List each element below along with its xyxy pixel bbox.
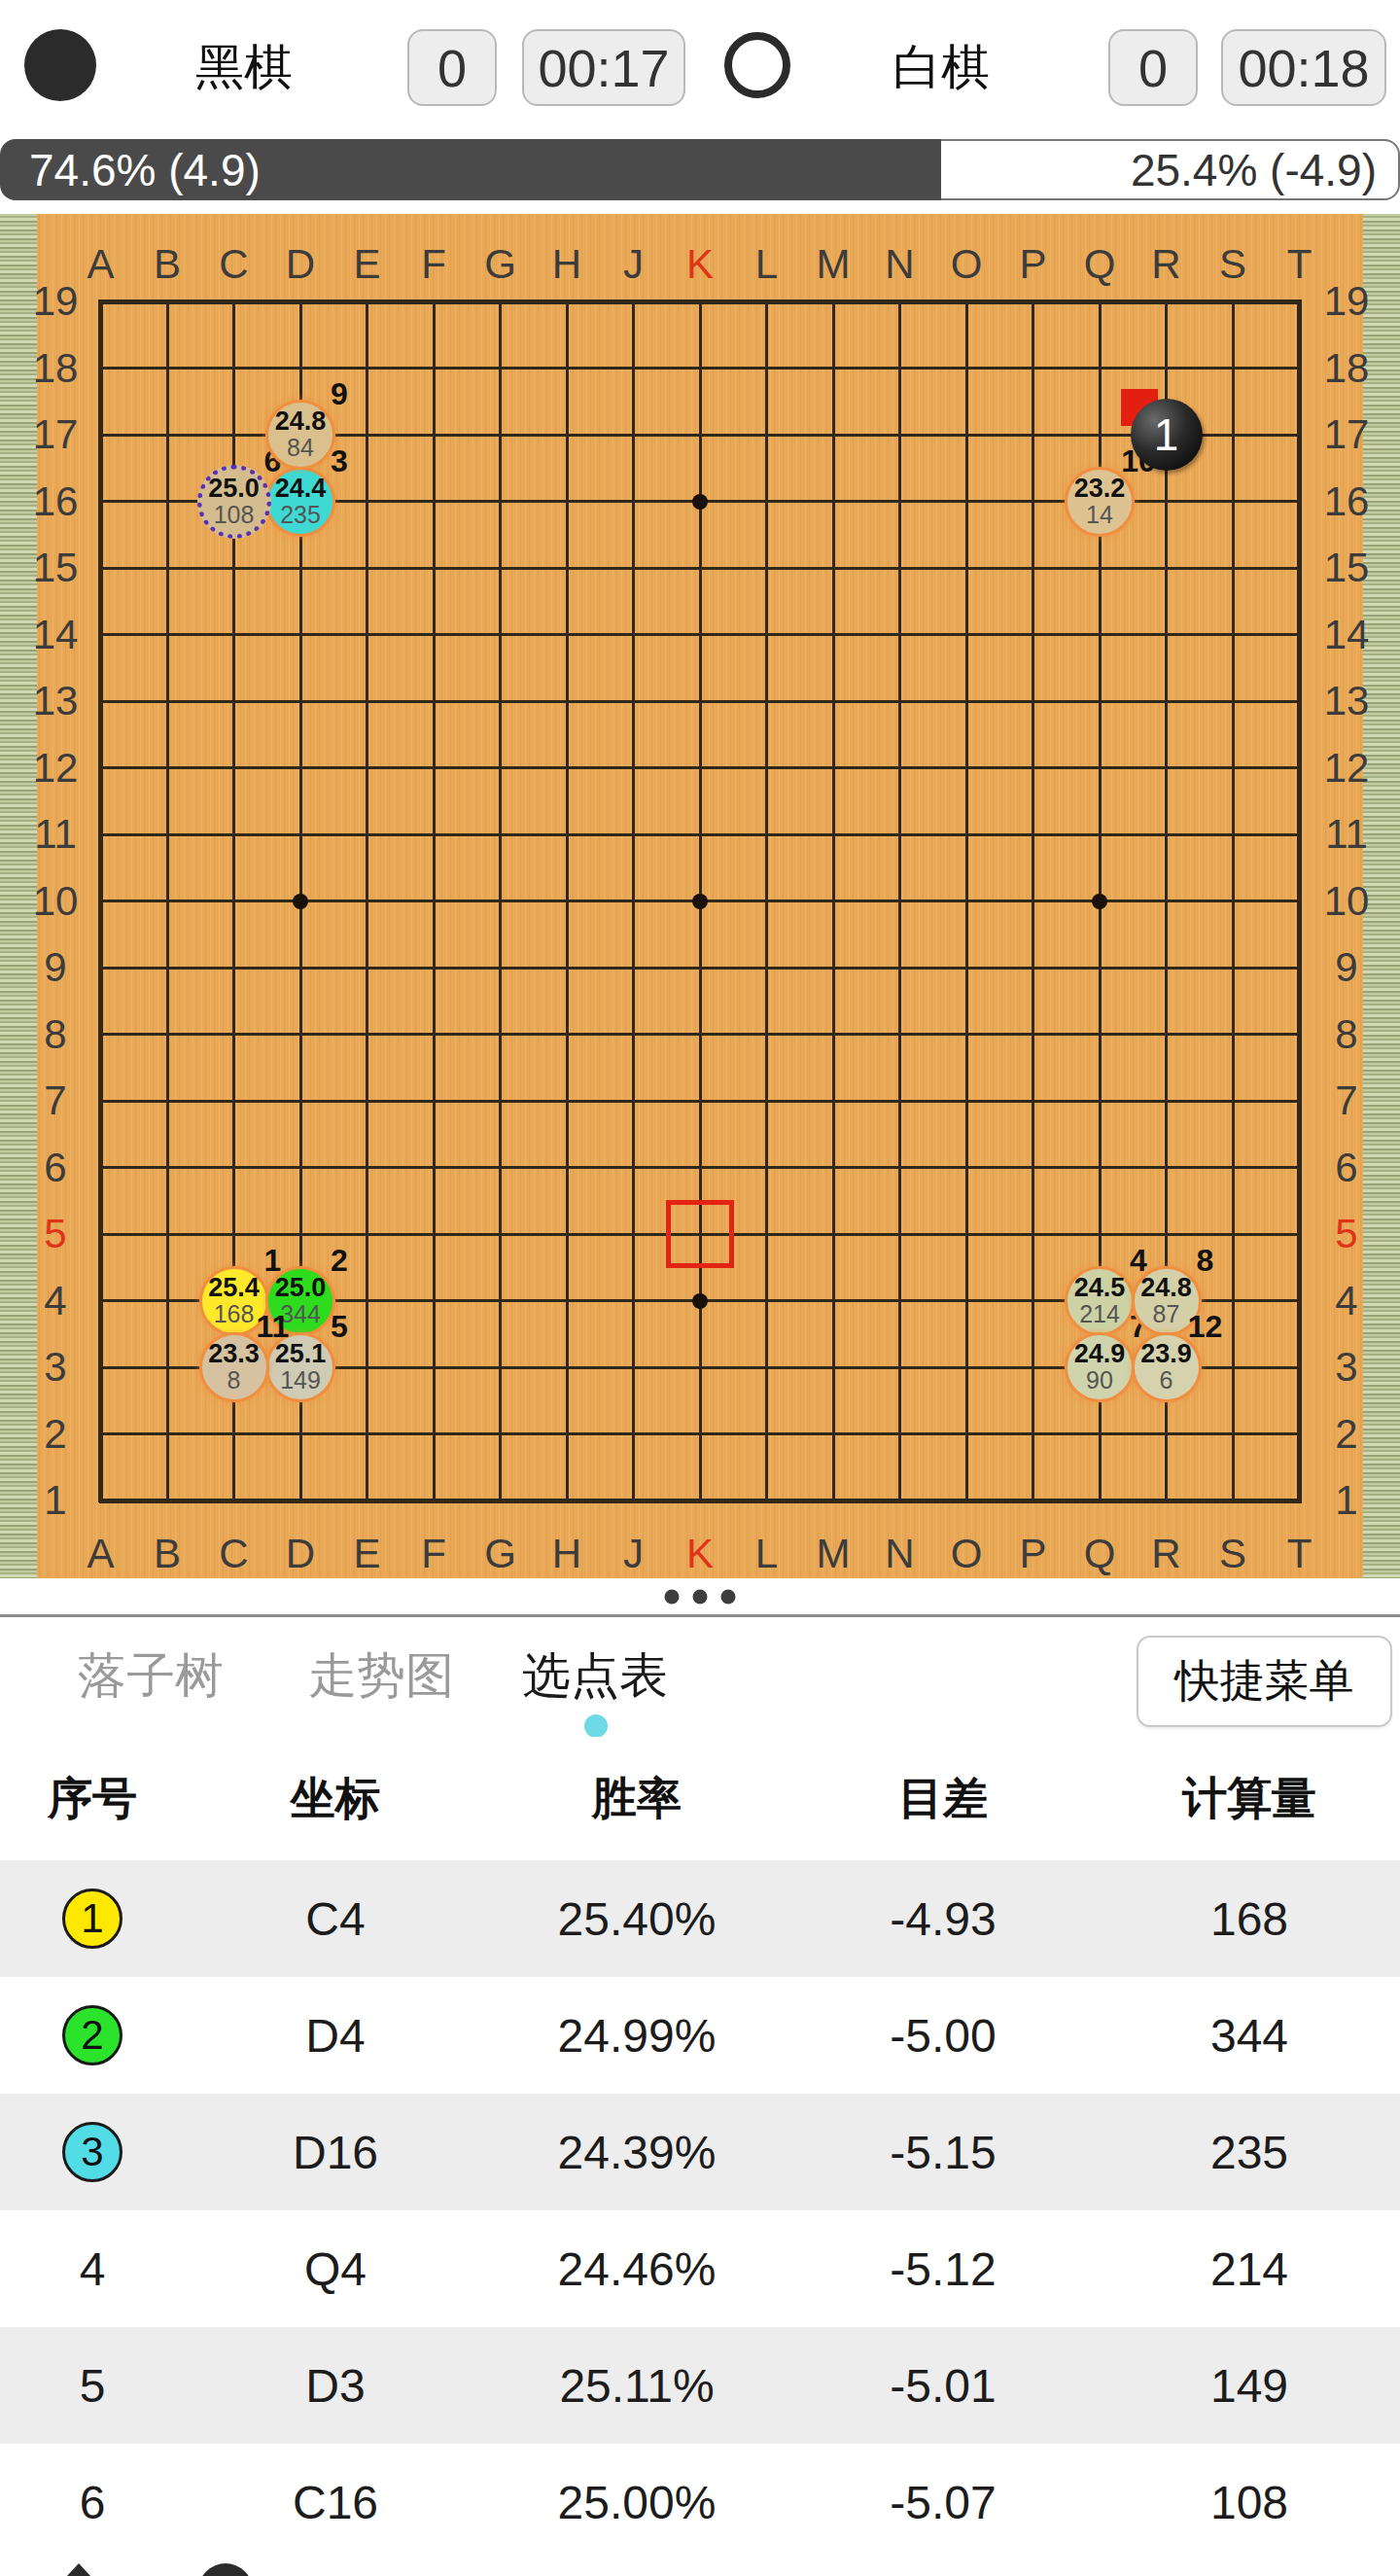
table-header-5: 计算量 [1182, 1769, 1316, 1829]
cell-win: 24.99% [558, 2009, 717, 2063]
mark-visits: 108 [214, 503, 255, 528]
column-label-bottom: T [1287, 1531, 1312, 1577]
cell-visits: 168 [1210, 1892, 1288, 1946]
mark-visits: 6 [1160, 1368, 1173, 1394]
partial-next-row-stone-glyph [198, 2563, 253, 2576]
star-point [692, 1293, 708, 1309]
grid-line-horizontal [99, 1033, 1302, 1036]
row-label-right: 4 [1335, 1278, 1357, 1324]
row-label-right: 8 [1335, 1011, 1357, 1058]
row-label-right: 6 [1335, 1145, 1357, 1191]
row-label-left: 17 [33, 411, 79, 458]
table-row-3[interactable]: 3D1624.39%-5.15235 [0, 2094, 1400, 2210]
column-label-top: M [817, 241, 851, 288]
row-label-right: 2 [1335, 1411, 1357, 1458]
column-label-bottom: B [154, 1531, 181, 1577]
mark-visits: 149 [280, 1368, 321, 1394]
column-label-bottom: C [219, 1531, 248, 1577]
black-stone-icon [24, 29, 96, 101]
column-label-bottom: N [885, 1531, 914, 1577]
mark-visits: 90 [1086, 1368, 1113, 1394]
column-label-bottom: H [552, 1531, 581, 1577]
column-label-top: L [755, 241, 778, 288]
row-label-right: 3 [1335, 1344, 1357, 1391]
row-label-left: 16 [33, 478, 79, 525]
cell-visits: 344 [1210, 2009, 1288, 2063]
white-player-name: 白棋 [892, 35, 990, 100]
table-row-2[interactable]: 2D424.99%-5.00344 [0, 1977, 1400, 2094]
row-label-left: 10 [33, 878, 79, 925]
row-label-right: 16 [1324, 478, 1370, 525]
mark-winrate: 23.2 [1074, 476, 1126, 503]
cell-coord: C16 [293, 2476, 378, 2529]
player-bar: 黑棋 0 00:17 白棋 0 00:18 [0, 0, 1400, 139]
mark-rank-number: 11 [257, 1309, 290, 1345]
mark-winrate: 23.3 [208, 1341, 260, 1368]
column-label-top: Q [1084, 241, 1116, 288]
column-label-top: D [286, 241, 315, 288]
row-label-left: 14 [33, 612, 79, 658]
mark-winrate: 25.0 [275, 1275, 327, 1302]
cell-coord: D3 [305, 2359, 365, 2413]
row-label-right: 18 [1324, 345, 1370, 392]
winrate-white-segment: 25.4% (-4.9) [941, 139, 1400, 200]
candidate-move-mark-C16[interactable]: 25.0108 [197, 465, 271, 539]
mark-winrate: 24.9 [1074, 1341, 1126, 1368]
cell-win: 24.46% [558, 2242, 717, 2296]
grid-line-horizontal [99, 1432, 1302, 1435]
column-label-bottom: A [87, 1531, 114, 1577]
column-label-top: C [219, 241, 248, 288]
column-label-top: O [951, 241, 983, 288]
column-label-bottom: S [1219, 1531, 1246, 1577]
mark-rank-number: 12 [1188, 1309, 1223, 1345]
table-header-row: 序号坐标胜率目差计算量 [0, 1737, 1400, 1860]
column-label-top: J [623, 241, 644, 288]
row-label-right: 5 [1335, 1211, 1357, 1257]
mark-visits: 235 [280, 503, 321, 528]
column-label-top: A [87, 241, 114, 288]
mark-rank-number: 8 [1197, 1242, 1214, 1278]
rank-number: 6 [80, 2476, 106, 2529]
pager-dot [721, 1589, 736, 1604]
row-label-left: 4 [44, 1278, 66, 1324]
star-point [293, 894, 308, 909]
column-label-bottom: Q [1084, 1531, 1116, 1577]
cell-visits: 149 [1210, 2359, 1288, 2413]
row-label-right: 7 [1335, 1077, 1357, 1124]
row-label-left: 9 [44, 944, 66, 991]
row-label-right: 19 [1324, 278, 1370, 325]
column-label-bottom: L [755, 1531, 778, 1577]
mark-winrate: 23.9 [1140, 1341, 1192, 1368]
row-label-left: 11 [34, 811, 77, 858]
table-row-6[interactable]: 6C1625.00%-5.07108 [0, 2444, 1400, 2560]
column-label-top: S [1219, 241, 1246, 288]
mark-visits: 8 [227, 1368, 241, 1394]
grid-line-vertical [1297, 300, 1302, 1502]
tab-1[interactable]: 落子树 [78, 1643, 224, 1709]
column-label-top: H [552, 241, 581, 288]
row-label-left: 3 [44, 1344, 66, 1391]
star-point [1092, 894, 1107, 909]
column-label-top: K [686, 241, 714, 288]
row-label-right: 14 [1324, 612, 1370, 658]
board-left-edge-texture [0, 214, 37, 1578]
cell-visits: 214 [1210, 2242, 1288, 2296]
go-analysis-app: { "game": "go (weiqi) AI analysis app", … [0, 0, 1400, 2576]
column-label-bottom: G [484, 1531, 516, 1577]
column-label-top: P [1019, 241, 1046, 288]
row-label-left: 7 [44, 1077, 66, 1124]
cell-win: 25.40% [558, 1892, 717, 1946]
row-label-left: 13 [33, 678, 79, 724]
cell-win: 24.39% [558, 2126, 717, 2179]
quick-menu-button[interactable]: 快捷菜单 [1137, 1636, 1392, 1727]
pager-dot [665, 1589, 680, 1604]
table-row-1[interactable]: 1C425.40%-4.93168 [0, 1860, 1400, 1977]
mark-winrate: 25.4 [208, 1275, 260, 1302]
table-row-4[interactable]: 4Q424.46%-5.12214 [0, 2210, 1400, 2327]
winrate-black-segment: 74.6% (4.9) [0, 139, 941, 200]
go-board[interactable]: AABBCCDDEEFFGGHHJJKKLLMMNNOOPPQQRRSSTT11… [0, 214, 1400, 1578]
column-label-bottom: J [623, 1531, 644, 1577]
row-label-left: 12 [33, 745, 79, 792]
partial-next-row-rank-glyph [66, 2563, 91, 2576]
table-header-3: 胜率 [592, 1769, 682, 1829]
rank-badge: 2 [62, 2005, 122, 2065]
row-label-right: 12 [1324, 745, 1370, 792]
cell-coord: D4 [305, 2009, 365, 2063]
mark-visits: 87 [1153, 1302, 1180, 1327]
row-label-right: 17 [1324, 411, 1370, 458]
white-stone-icon [724, 32, 790, 98]
column-label-top: F [421, 241, 446, 288]
row-label-left: 8 [44, 1011, 66, 1058]
mark-rank-number: 9 [331, 376, 348, 412]
grid-line-horizontal [99, 1499, 1302, 1503]
table-header-4: 目差 [898, 1769, 988, 1829]
tab-bar: 落子树走势图选点表 快捷菜单 [0, 1617, 1400, 1737]
cell-diff: -5.15 [890, 2126, 996, 2179]
row-label-right: 1 [1335, 1477, 1357, 1524]
mark-visits: 168 [214, 1302, 255, 1327]
rank-badge: 1 [62, 1888, 122, 1949]
column-label-top: G [484, 241, 516, 288]
winrate-bar: 74.6% (4.9) 25.4% (-4.9) [0, 139, 1400, 200]
grid-line-vertical [965, 300, 968, 1502]
cell-coord: Q4 [304, 2242, 367, 2296]
rank-number: 4 [80, 2242, 106, 2296]
mark-rank-number: 2 [331, 1242, 348, 1278]
row-label-left: 18 [33, 345, 79, 392]
row-label-left: 6 [44, 1145, 66, 1191]
white-captures-box: 0 [1108, 29, 1198, 106]
column-label-bottom: E [353, 1531, 380, 1577]
mark-visits: 14 [1086, 503, 1113, 528]
cell-diff: -5.00 [890, 2009, 996, 2063]
grid-line-vertical [765, 300, 768, 1502]
cell-visits: 235 [1210, 2126, 1288, 2179]
column-label-bottom: F [421, 1531, 446, 1577]
cell-diff: -5.12 [890, 2242, 996, 2296]
row-label-left: 15 [33, 545, 79, 591]
candidate-move-mark-Q4[interactable]: 24.5214 [1065, 1266, 1135, 1336]
mark-winrate: 24.5 [1074, 1275, 1126, 1302]
column-label-bottom: M [817, 1531, 851, 1577]
column-label-bottom: D [286, 1531, 315, 1577]
black-captures-box: 0 [407, 29, 497, 106]
column-label-top: B [154, 241, 181, 288]
star-point [692, 494, 708, 510]
mark-winrate: 24.8 [275, 408, 327, 436]
row-label-left: 19 [33, 278, 79, 325]
rank-number: 5 [80, 2359, 106, 2413]
row-label-left: 2 [44, 1411, 66, 1458]
column-label-top: R [1151, 241, 1180, 288]
mark-winrate: 25.1 [275, 1341, 327, 1368]
tab-2[interactable]: 走势图 [308, 1643, 454, 1709]
row-label-right: 9 [1335, 944, 1357, 991]
cell-win: 25.00% [558, 2476, 717, 2529]
black-stone-R17: 1 [1131, 399, 1203, 471]
cell-visits: 108 [1210, 2476, 1288, 2529]
pager-dot [693, 1589, 708, 1604]
cell-win: 25.11% [559, 2359, 714, 2413]
row-label-right: 10 [1324, 878, 1370, 925]
pager-dots[interactable] [0, 1578, 1400, 1614]
row-label-right: 15 [1324, 545, 1370, 591]
candidate-move-mark-Q3[interactable]: 24.990 [1065, 1332, 1135, 1402]
grid-line-horizontal [99, 967, 1302, 970]
rank-badge: 3 [62, 2122, 122, 2182]
table-header-1: 序号 [48, 1769, 137, 1829]
white-clock: 00:18 [1221, 29, 1386, 106]
column-label-bottom: K [686, 1531, 714, 1577]
column-label-bottom: R [1151, 1531, 1180, 1577]
active-tab-indicator-dot [584, 1714, 608, 1738]
cell-diff: -5.07 [890, 2476, 996, 2529]
grid-line-vertical [898, 300, 901, 1502]
mark-rank-number: 5 [331, 1309, 348, 1345]
grid-line-horizontal [99, 1166, 1302, 1169]
cell-coord: C4 [305, 1892, 365, 1946]
table-header-2: 坐标 [291, 1769, 380, 1829]
mark-visits: 214 [1079, 1302, 1120, 1327]
candidate-move-mark-D17[interactable]: 24.884 [265, 400, 335, 470]
column-label-top: T [1287, 241, 1312, 288]
mark-visits: 84 [287, 436, 314, 461]
row-label-right: 13 [1324, 678, 1370, 724]
row-label-right: 11 [1325, 811, 1368, 858]
star-point [692, 894, 708, 909]
row-label-left: 5 [44, 1211, 66, 1257]
cell-diff: -4.93 [890, 1892, 996, 1946]
table-row-5[interactable]: 5D325.11%-5.01149 [0, 2327, 1400, 2444]
mark-winrate: 24.4 [275, 476, 327, 503]
black-clock: 00:17 [522, 29, 685, 106]
mark-winrate: 25.0 [208, 476, 260, 503]
grid-line-vertical [1232, 300, 1235, 1502]
cell-diff: -5.01 [890, 2359, 996, 2413]
tab-3[interactable]: 选点表 [522, 1643, 668, 1709]
cell-coord: D16 [293, 2126, 378, 2179]
column-label-top: N [885, 241, 914, 288]
grid-line-horizontal [99, 1100, 1302, 1103]
mark-winrate: 24.8 [1140, 1275, 1192, 1302]
candidate-move-table: 序号坐标胜率目差计算量 1C425.40%-4.931682D424.99%-5… [0, 1737, 1400, 2560]
mark-rank-number: 3 [331, 442, 348, 478]
hover-square-K5[interactable] [666, 1200, 734, 1268]
row-label-left: 1 [44, 1477, 66, 1524]
grid-line-vertical [1032, 300, 1034, 1502]
column-label-bottom: P [1019, 1531, 1046, 1577]
black-player-name: 黑棋 [195, 35, 293, 100]
column-label-top: E [353, 241, 380, 288]
column-label-bottom: O [951, 1531, 983, 1577]
grid-line-vertical [832, 300, 835, 1502]
